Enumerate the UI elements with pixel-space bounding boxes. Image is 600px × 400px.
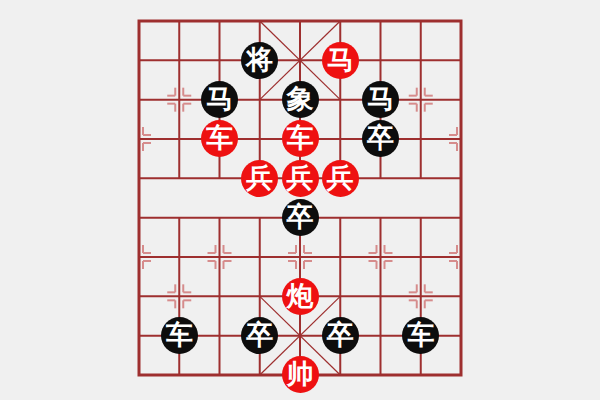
board-point	[441, 355, 481, 394]
board-point: 车	[280, 119, 320, 158]
piece-red-soldier[interactable]: 兵	[282, 160, 319, 197]
board-point	[401, 355, 441, 394]
board-point	[360, 316, 400, 355]
board-point	[280, 237, 320, 276]
board-point	[360, 355, 400, 394]
piece-black-general[interactable]: 将	[241, 42, 278, 79]
board-point	[441, 198, 481, 237]
board-point	[441, 1, 481, 40]
board-point	[199, 355, 239, 394]
board-point	[320, 119, 360, 158]
piece-red-horse[interactable]: 马	[322, 42, 359, 79]
board-point	[280, 1, 320, 40]
board-point	[199, 316, 239, 355]
board-point	[320, 198, 360, 237]
board-point: 马	[199, 80, 239, 119]
piece-red-chariot[interactable]: 车	[282, 120, 319, 157]
board-point	[119, 316, 159, 355]
board-point	[119, 355, 159, 394]
board-point: 卒	[280, 198, 320, 237]
piece-red-general[interactable]: 帅	[282, 356, 319, 393]
board-point	[360, 159, 400, 198]
board-point	[119, 277, 159, 316]
piece-red-soldier[interactable]: 兵	[241, 160, 278, 197]
board-point: 将	[240, 41, 280, 80]
board-point	[401, 1, 441, 40]
board-point	[320, 277, 360, 316]
board-point	[320, 237, 360, 276]
piece-black-elephant[interactable]: 象	[282, 81, 319, 118]
board-point	[240, 355, 280, 394]
piece-black-chariot[interactable]: 车	[402, 317, 439, 354]
board-point	[159, 1, 199, 40]
pieces-grid: 将马马象马车车卒兵兵兵卒炮车卒卒车帅	[119, 1, 481, 394]
board-point: 兵	[320, 159, 360, 198]
board-point: 卒	[320, 316, 360, 355]
board-point: 车	[199, 119, 239, 158]
board-point	[320, 1, 360, 40]
board-point	[199, 198, 239, 237]
piece-red-soldier[interactable]: 兵	[322, 160, 359, 197]
board-point	[441, 237, 481, 276]
piece-black-soldier[interactable]: 卒	[322, 317, 359, 354]
board-point: 车	[401, 316, 441, 355]
board-point: 车	[159, 316, 199, 355]
board-point	[159, 159, 199, 198]
board-point	[360, 198, 400, 237]
board-point	[159, 198, 199, 237]
piece-black-chariot[interactable]: 车	[161, 317, 198, 354]
board-point	[159, 237, 199, 276]
board-point	[401, 237, 441, 276]
board-point	[119, 198, 159, 237]
board-point	[360, 1, 400, 40]
board-point	[240, 1, 280, 40]
board-point	[159, 355, 199, 394]
board-point	[401, 119, 441, 158]
board-point	[240, 277, 280, 316]
board-point	[360, 41, 400, 80]
board-point	[441, 159, 481, 198]
board-point	[280, 316, 320, 355]
xiangqi-board-diagram: 将马马象马车车卒兵兵兵卒炮车卒卒车帅	[0, 0, 600, 400]
board-point	[159, 80, 199, 119]
board-point	[159, 277, 199, 316]
board-point	[320, 355, 360, 394]
board-point	[401, 277, 441, 316]
board-point	[199, 237, 239, 276]
board-point	[159, 119, 199, 158]
board-point	[401, 80, 441, 119]
board-point: 兵	[280, 159, 320, 198]
board-point	[441, 80, 481, 119]
board-point	[199, 277, 239, 316]
board-point	[240, 119, 280, 158]
board-point	[119, 159, 159, 198]
piece-red-cannon[interactable]: 炮	[282, 278, 319, 315]
piece-red-chariot[interactable]: 车	[201, 120, 238, 157]
board-point	[401, 159, 441, 198]
board-point	[199, 159, 239, 198]
board-point	[320, 80, 360, 119]
board-point	[360, 277, 400, 316]
piece-black-soldier[interactable]: 卒	[282, 199, 319, 236]
board-point	[119, 237, 159, 276]
board-point: 马	[360, 80, 400, 119]
board-point: 炮	[280, 277, 320, 316]
board-point: 兵	[240, 159, 280, 198]
board-point	[119, 41, 159, 80]
board-point	[119, 119, 159, 158]
board-point	[240, 237, 280, 276]
board-point	[119, 80, 159, 119]
board-point	[119, 1, 159, 40]
board-point	[240, 198, 280, 237]
board-point: 帅	[280, 355, 320, 394]
board-point	[240, 80, 280, 119]
board-point	[441, 316, 481, 355]
piece-black-soldier[interactable]: 卒	[362, 120, 399, 157]
board-point	[360, 237, 400, 276]
board-point	[159, 41, 199, 80]
board-point: 马	[320, 41, 360, 80]
board-point: 象	[280, 80, 320, 119]
board-point	[199, 41, 239, 80]
board-point	[199, 1, 239, 40]
piece-black-horse[interactable]: 马	[362, 81, 399, 118]
board-point	[280, 41, 320, 80]
piece-black-horse[interactable]: 马	[201, 81, 238, 118]
board-point	[441, 277, 481, 316]
board-point: 卒	[360, 119, 400, 158]
board-point	[441, 41, 481, 80]
piece-black-soldier[interactable]: 卒	[241, 317, 278, 354]
board-point	[401, 198, 441, 237]
board-point: 卒	[240, 316, 280, 355]
board-point	[441, 119, 481, 158]
board-point	[401, 41, 441, 80]
